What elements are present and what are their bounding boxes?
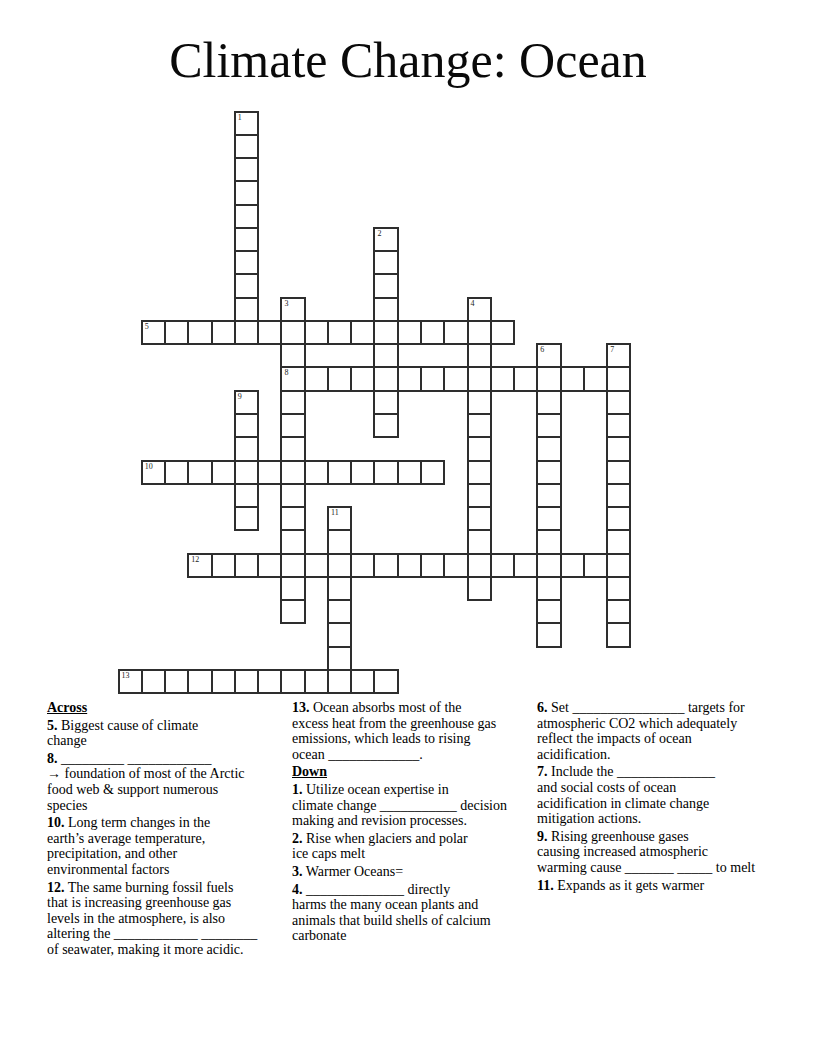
grid-cell-r18c18[interactable] (536, 529, 561, 554)
grid-cell-r5c5[interactable] (234, 227, 259, 252)
grid-cell-r11c20[interactable] (583, 366, 608, 391)
grid-cell-r19c21[interactable] (606, 553, 631, 578)
grid-cell-r12c7[interactable] (280, 390, 305, 415)
cell-number-1: 1 (238, 113, 242, 122)
grid-cell-r15c3[interactable] (187, 460, 212, 485)
grid-cell-r9c2[interactable] (164, 320, 189, 345)
grid-cell-r15c10[interactable] (350, 460, 375, 485)
grid-cell-r15c12[interactable] (397, 460, 422, 485)
clue-13: 13. Ocean absorbs most of the excess hea… (292, 700, 529, 762)
clue-number-label: 4. (292, 882, 303, 897)
clue-number-label: 1. (292, 782, 303, 797)
grid-cell-r9c10[interactable] (350, 320, 375, 345)
clue-8: 8. _________ ____________ → foundation o… (47, 751, 284, 813)
grid-cell-r19c15[interactable] (467, 553, 492, 578)
grid-cell-r0c5[interactable]: 1 (234, 111, 259, 136)
grid-cell-r24c8[interactable] (304, 669, 329, 694)
clue-number-label: 9. (537, 829, 548, 844)
grid-cell-r19c5[interactable] (234, 553, 259, 578)
grid-cell-r24c7[interactable] (280, 669, 305, 694)
grid-cell-r9c9[interactable] (327, 320, 352, 345)
grid-cell-r19c12[interactable] (397, 553, 422, 578)
grid-cell-r12c5[interactable]: 9 (234, 390, 259, 415)
grid-cell-r13c5[interactable] (234, 413, 259, 438)
grid-cell-r23c9[interactable] (327, 646, 352, 671)
clue-4: 4. ______________ directly harms the man… (292, 882, 529, 944)
grid-cell-r11c8[interactable] (304, 366, 329, 391)
grid-cell-r9c13[interactable] (420, 320, 445, 345)
clue-12: 12. The same burning fossil fuels that i… (47, 880, 284, 958)
grid-cell-r18c7[interactable] (280, 529, 305, 554)
clue-2: 2. Rise when glaciers and polar ice caps… (292, 831, 529, 862)
crossword-grid: 12345678910111213 (0, 0, 816, 700)
grid-cell-r24c0[interactable]: 13 (118, 669, 143, 694)
grid-cell-r20c7[interactable] (280, 576, 305, 601)
grid-cell-r16c7[interactable] (280, 483, 305, 508)
grid-cell-r9c11[interactable] (373, 320, 398, 345)
grid-cell-r9c4[interactable] (211, 320, 236, 345)
grid-cell-r14c21[interactable] (606, 436, 631, 461)
grid-cell-r11c14[interactable] (443, 366, 468, 391)
grid-cell-r16c15[interactable] (467, 483, 492, 508)
grid-cell-r22c9[interactable] (327, 622, 352, 647)
grid-cell-r14c15[interactable] (467, 436, 492, 461)
grid-cell-r20c21[interactable] (606, 576, 631, 601)
grid-cell-r9c3[interactable] (187, 320, 212, 345)
grid-cell-r11c10[interactable] (350, 366, 375, 391)
grid-cell-r19c10[interactable] (350, 553, 375, 578)
grid-cell-r9c16[interactable] (490, 320, 515, 345)
clue-10: 10. Long term changes in the earth’s ave… (47, 815, 284, 877)
clue-number-label: 7. (537, 764, 548, 779)
grid-cell-r13c18[interactable] (536, 413, 561, 438)
grid-cell-r19c11[interactable] (373, 553, 398, 578)
grid-cell-r19c6[interactable] (257, 553, 282, 578)
grid-cell-r2c5[interactable] (234, 157, 259, 182)
grid-cell-r19c7[interactable] (280, 553, 305, 578)
cell-number-13: 13 (122, 671, 130, 680)
cell-number-8: 8 (284, 368, 288, 377)
clue-6: 6. Set ________________ targets for atmo… (537, 700, 774, 762)
grid-cell-r24c9[interactable] (327, 669, 352, 694)
grid-cell-r19c16[interactable] (490, 553, 515, 578)
grid-cell-r9c1[interactable]: 5 (141, 320, 166, 345)
grid-cell-r15c7[interactable] (280, 460, 305, 485)
grid-cell-r22c18[interactable] (536, 622, 561, 647)
grid-cell-r11c12[interactable] (397, 366, 422, 391)
grid-cell-r24c1[interactable] (141, 669, 166, 694)
grid-cell-r13c11[interactable] (373, 413, 398, 438)
clue-3: 3. Warmer Oceans= (292, 864, 529, 880)
grid-cell-r17c21[interactable] (606, 506, 631, 531)
grid-cell-r9c6[interactable] (257, 320, 282, 345)
grid-cell-r18c21[interactable] (606, 529, 631, 554)
clue-number-label: 8. (47, 751, 58, 766)
grid-cell-r9c5[interactable] (234, 320, 259, 345)
grid-cell-r15c9[interactable] (327, 460, 352, 485)
clue-number-label: 11. (537, 878, 554, 893)
grid-cell-r15c4[interactable] (211, 460, 236, 485)
grid-cell-r15c18[interactable] (536, 460, 561, 485)
grid-cell-r10c7[interactable] (280, 343, 305, 368)
grid-cell-r19c19[interactable] (560, 553, 585, 578)
grid-cell-r8c11[interactable] (373, 297, 398, 322)
clue-number-label: 2. (292, 831, 303, 846)
grid-cell-r16c18[interactable] (536, 483, 561, 508)
grid-cell-r6c11[interactable] (373, 250, 398, 275)
grid-cell-r24c4[interactable] (211, 669, 236, 694)
grid-cell-r15c1[interactable]: 10 (141, 460, 166, 485)
clue-number-label: 13. (292, 700, 310, 715)
clue-number-label: 12. (47, 880, 65, 895)
down-header: Down (292, 764, 529, 780)
grid-cell-r17c9[interactable]: 11 (327, 506, 352, 531)
grid-cell-r11c7[interactable]: 8 (280, 366, 305, 391)
grid-cell-r9c14[interactable] (443, 320, 468, 345)
grid-cell-r19c9[interactable] (327, 553, 352, 578)
grid-cell-r9c12[interactable] (397, 320, 422, 345)
grid-cell-r15c21[interactable] (606, 460, 631, 485)
cell-number-7: 7 (610, 345, 614, 354)
grid-cell-r10c18[interactable]: 6 (536, 343, 561, 368)
grid-cell-r19c8[interactable] (304, 553, 329, 578)
grid-cell-r12c18[interactable] (536, 390, 561, 415)
clue-number-label: 5. (47, 718, 58, 733)
grid-cell-r8c5[interactable] (234, 297, 259, 322)
grid-cell-r13c7[interactable] (280, 413, 305, 438)
grid-cell-r17c18[interactable] (536, 506, 561, 531)
grid-cell-r19c17[interactable] (513, 553, 538, 578)
grid-cell-r19c20[interactable] (583, 553, 608, 578)
grid-cell-r21c21[interactable] (606, 599, 631, 624)
grid-cell-r16c5[interactable] (234, 483, 259, 508)
grid-cell-r19c14[interactable] (443, 553, 468, 578)
grid-cell-r14c5[interactable] (234, 436, 259, 461)
grid-cell-r5c11[interactable]: 2 (373, 227, 398, 252)
grid-cell-r19c13[interactable] (420, 553, 445, 578)
clue-5: 5. Biggest cause of climate change (47, 718, 284, 749)
grid-cell-r15c15[interactable] (467, 460, 492, 485)
grid-cell-r12c15[interactable] (467, 390, 492, 415)
grid-cell-r16c21[interactable] (606, 483, 631, 508)
grid-cell-r11c13[interactable] (420, 366, 445, 391)
clue-11: 11. Expands as it gets warmer (537, 878, 774, 894)
across-header: Across (47, 700, 284, 716)
grid-cell-r15c5[interactable] (234, 460, 259, 485)
grid-cell-r14c7[interactable] (280, 436, 305, 461)
grid-cell-r24c2[interactable] (164, 669, 189, 694)
grid-cell-r10c11[interactable] (373, 343, 398, 368)
grid-cell-r4c5[interactable] (234, 204, 259, 229)
clue-column-1: Across5. Biggest cause of climate change… (47, 700, 284, 960)
grid-cell-r19c4[interactable] (211, 553, 236, 578)
grid-cell-r15c2[interactable] (164, 460, 189, 485)
grid-cell-r9c8[interactable] (304, 320, 329, 345)
clue-number-label: 6. (537, 700, 548, 715)
grid-cell-r24c11[interactable] (373, 669, 398, 694)
grid-cell-r19c3[interactable]: 12 (187, 553, 212, 578)
grid-cell-r15c6[interactable] (257, 460, 282, 485)
cell-number-11: 11 (331, 508, 339, 517)
grid-cell-r21c9[interactable] (327, 599, 352, 624)
grid-cell-r7c11[interactable] (373, 273, 398, 298)
grid-cell-r10c15[interactable] (467, 343, 492, 368)
grid-cell-r20c15[interactable] (467, 576, 492, 601)
grid-cell-r18c9[interactable] (327, 529, 352, 554)
grid-cell-r24c5[interactable] (234, 669, 259, 694)
grid-cell-r21c18[interactable] (536, 599, 561, 624)
clue-number-label: 3. (292, 864, 303, 879)
grid-cell-r11c21[interactable] (606, 366, 631, 391)
cell-number-6: 6 (540, 345, 544, 354)
clues-section: Across5. Biggest cause of climate change… (47, 700, 774, 960)
grid-cell-r12c21[interactable] (606, 390, 631, 415)
clue-1: 1. Utilize ocean expertise in climate ch… (292, 782, 529, 829)
page: { "title": "Climate Change: Ocean", "gam… (0, 0, 816, 1056)
grid-cell-r7c5[interactable] (234, 273, 259, 298)
cell-number-4: 4 (471, 299, 475, 308)
grid-cell-r11c17[interactable] (513, 366, 538, 391)
grid-cell-r22c21[interactable] (606, 622, 631, 647)
clue-number-label: 10. (47, 815, 65, 830)
grid-cell-r13c21[interactable] (606, 413, 631, 438)
grid-cell-r3c5[interactable] (234, 180, 259, 205)
grid-cell-r17c7[interactable] (280, 506, 305, 531)
clue-column-3: 6. Set ________________ targets for atmo… (537, 700, 774, 960)
grid-cell-r11c16[interactable] (490, 366, 515, 391)
grid-cell-r15c11[interactable] (373, 460, 398, 485)
grid-cell-r10c21[interactable]: 7 (606, 343, 631, 368)
grid-cell-r8c7[interactable]: 3 (280, 297, 305, 322)
cell-number-9: 9 (238, 392, 242, 401)
grid-cell-r11c19[interactable] (560, 366, 585, 391)
grid-cell-r24c10[interactable] (350, 669, 375, 694)
clue-7: 7. Include the ______________ and social… (537, 764, 774, 826)
cell-number-3: 3 (284, 299, 288, 308)
grid-cell-r24c3[interactable] (187, 669, 212, 694)
grid-cell-r9c15[interactable] (467, 320, 492, 345)
grid-cell-r21c7[interactable] (280, 599, 305, 624)
clue-column-2: 13. Ocean absorbs most of the excess hea… (292, 700, 529, 960)
grid-cell-r13c15[interactable] (467, 413, 492, 438)
grid-cell-r19c18[interactable] (536, 553, 561, 578)
grid-cell-r20c18[interactable] (536, 576, 561, 601)
cell-number-5: 5 (145, 322, 149, 331)
grid-cell-r8c15[interactable]: 4 (467, 297, 492, 322)
clue-9: 9. Rising greenhouse gases causing incre… (537, 829, 774, 876)
grid-cell-r11c11[interactable] (373, 366, 398, 391)
grid-cell-r12c11[interactable] (373, 390, 398, 415)
grid-cell-r18c15[interactable] (467, 529, 492, 554)
grid-cell-r17c5[interactable] (234, 506, 259, 531)
grid-cell-r11c9[interactable] (327, 366, 352, 391)
grid-cell-r15c8[interactable] (304, 460, 329, 485)
grid-cell-r14c18[interactable] (536, 436, 561, 461)
grid-cell-r9c7[interactable] (280, 320, 305, 345)
grid-cell-r15c13[interactable] (420, 460, 445, 485)
grid-cell-r6c5[interactable] (234, 250, 259, 275)
cell-number-10: 10 (145, 462, 153, 471)
grid-cell-r17c15[interactable] (467, 506, 492, 531)
cell-number-2: 2 (377, 229, 381, 238)
cell-number-12: 12 (191, 555, 199, 564)
grid-cell-r24c6[interactable] (257, 669, 282, 694)
grid-cell-r20c9[interactable] (327, 576, 352, 601)
grid-cell-r11c15[interactable] (467, 366, 492, 391)
grid-cell-r11c18[interactable] (536, 366, 561, 391)
grid-cell-r1c5[interactable] (234, 134, 259, 159)
